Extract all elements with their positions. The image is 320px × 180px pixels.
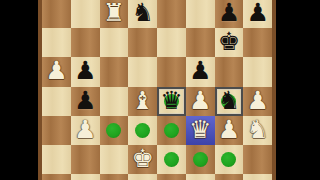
square-d6[interactable]	[128, 28, 157, 57]
square-b6[interactable]	[71, 28, 100, 57]
white-king-icon: ♚	[131, 146, 153, 171]
square-f6[interactable]	[186, 28, 215, 57]
black-pawn-icon: ♟	[74, 58, 96, 83]
square-c7[interactable]: ♜	[100, 0, 129, 28]
square-e4[interactable]: ♛	[157, 87, 186, 116]
square-f5[interactable]: ♟	[186, 57, 215, 86]
white-bishop-icon: ♝	[131, 88, 153, 113]
chess-board: ♜♞♟♟♚♟♟♟♟♝♛♟♞♟♟♛♟♞♚	[38, 0, 276, 180]
black-knight-icon: ♞	[131, 0, 153, 25]
square-e7[interactable]	[157, 0, 186, 28]
move-dot	[164, 123, 179, 138]
white-pawn-icon: ♟	[189, 88, 211, 113]
black-pawn-icon: ♟	[246, 0, 268, 25]
square-h1[interactable]	[243, 174, 272, 180]
square-c6[interactable]	[100, 28, 129, 57]
square-h6[interactable]	[243, 28, 272, 57]
white-pawn-icon: ♟	[74, 117, 96, 142]
app-screen: ♜♞♟♟♚♟♟♟♟♝♛♟♞♟♟♛♟♞♚	[0, 0, 320, 180]
square-f4[interactable]: ♟	[186, 87, 215, 116]
square-e1[interactable]	[157, 174, 186, 180]
square-d1[interactable]	[128, 174, 157, 180]
square-b2[interactable]	[71, 145, 100, 174]
square-a2[interactable]	[42, 145, 71, 174]
square-f1[interactable]	[186, 174, 215, 180]
square-a3[interactable]	[42, 116, 71, 145]
square-g4[interactable]: ♞	[215, 87, 244, 116]
square-a1[interactable]	[42, 174, 71, 180]
black-pawn-icon: ♟	[218, 0, 240, 25]
square-b4[interactable]: ♟	[71, 87, 100, 116]
black-king-icon: ♚	[218, 29, 240, 54]
square-h4[interactable]: ♟	[243, 87, 272, 116]
square-d5[interactable]	[128, 57, 157, 86]
square-g2[interactable]	[215, 145, 244, 174]
white-pawn-icon: ♟	[246, 88, 268, 113]
square-b5[interactable]: ♟	[71, 57, 100, 86]
square-c5[interactable]	[100, 57, 129, 86]
square-e2[interactable]	[157, 145, 186, 174]
square-f7[interactable]	[186, 0, 215, 28]
move-dot	[106, 123, 121, 138]
square-h5[interactable]	[243, 57, 272, 86]
square-d3[interactable]	[128, 116, 157, 145]
square-e5[interactable]	[157, 57, 186, 86]
square-b7[interactable]	[71, 0, 100, 28]
square-a6[interactable]	[42, 28, 71, 57]
square-b3[interactable]: ♟	[71, 116, 100, 145]
square-a7[interactable]	[42, 0, 71, 28]
black-pawn-icon: ♟	[189, 58, 211, 83]
black-pawn-icon: ♟	[74, 88, 96, 113]
square-g6[interactable]: ♚	[215, 28, 244, 57]
square-e6[interactable]	[157, 28, 186, 57]
square-c2[interactable]	[100, 145, 129, 174]
move-dot	[135, 123, 150, 138]
square-h7[interactable]: ♟	[243, 0, 272, 28]
square-d7[interactable]: ♞	[128, 0, 157, 28]
square-a4[interactable]	[42, 87, 71, 116]
square-h3[interactable]: ♞	[243, 116, 272, 145]
square-f2[interactable]	[186, 145, 215, 174]
white-knight-icon: ♞	[246, 117, 268, 142]
white-pawn-icon: ♟	[45, 58, 67, 83]
square-c3[interactable]	[100, 116, 129, 145]
square-e3[interactable]	[157, 116, 186, 145]
white-pawn-icon: ♟	[218, 117, 240, 142]
black-queen-icon: ♛	[160, 88, 182, 113]
square-f3[interactable]: ♛	[186, 116, 215, 145]
square-d4[interactable]: ♝	[128, 87, 157, 116]
square-d2[interactable]: ♚	[128, 145, 157, 174]
square-g3[interactable]: ♟	[215, 116, 244, 145]
square-h2[interactable]	[243, 145, 272, 174]
square-c4[interactable]	[100, 87, 129, 116]
move-dot	[193, 152, 208, 167]
square-a5[interactable]: ♟	[42, 57, 71, 86]
square-g7[interactable]: ♟	[215, 0, 244, 28]
white-rook-icon: ♜	[103, 0, 125, 25]
move-dot	[164, 152, 179, 167]
square-c1[interactable]	[100, 174, 129, 180]
white-queen-icon: ♛	[189, 117, 211, 142]
move-dot	[221, 152, 236, 167]
black-knight-icon: ♞	[218, 88, 240, 113]
square-g5[interactable]	[215, 57, 244, 86]
square-b1[interactable]	[71, 174, 100, 180]
square-g1[interactable]	[215, 174, 244, 180]
